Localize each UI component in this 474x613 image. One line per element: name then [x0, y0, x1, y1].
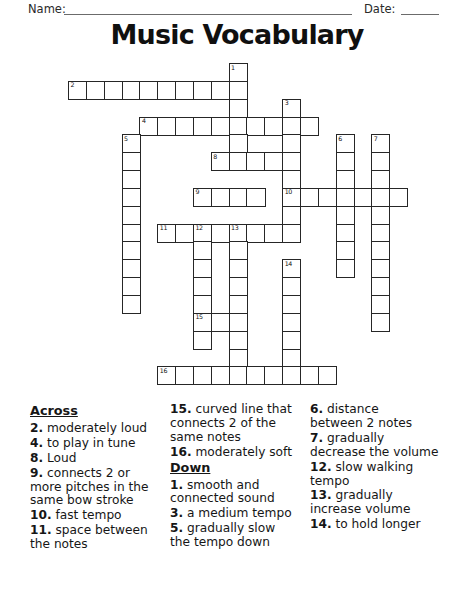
clue-number: 5. — [170, 521, 183, 535]
grid-cell-r14c17[interactable] — [371, 313, 390, 332]
clue-text: Loud — [43, 451, 76, 465]
grid-cell-r0c9[interactable]: 1 — [229, 63, 248, 82]
cell-number-1: 1 — [231, 65, 235, 71]
clue-number: 13. — [310, 488, 332, 502]
clue-down-13: 13. gradually increase volume — [310, 489, 452, 517]
grid-cell-r17c12[interactable] — [282, 366, 301, 385]
grid-cell-r6c17[interactable] — [371, 170, 390, 189]
clue-down-12: 12. slow walking tempo — [310, 461, 452, 489]
grid-cell-r14c12[interactable] — [282, 313, 301, 332]
grid-cell-r17c14[interactable] — [318, 366, 337, 385]
clue-across-16: 16. moderately soft — [170, 446, 312, 460]
grid-cell-r14c7[interactable]: 15 — [193, 313, 212, 332]
grid-cell-r5c15[interactable] — [336, 152, 355, 171]
clue-number: 10. — [30, 508, 52, 522]
grid-cell-r7c17[interactable] — [371, 188, 390, 207]
cell-number-15: 15 — [195, 314, 202, 320]
clue-text: fast tempo — [52, 508, 122, 522]
grid-cell-r15c7[interactable] — [193, 331, 212, 350]
grid-cell-r9c15[interactable] — [336, 224, 355, 243]
clue-number: 14. — [310, 517, 332, 531]
grid-cell-r3c12[interactable] — [282, 117, 301, 136]
grid-cell-r9c9[interactable]: 13 — [229, 224, 248, 243]
grid-cell-r3c9[interactable] — [229, 117, 248, 136]
clue-number: 2. — [30, 421, 43, 435]
cell-number-16: 16 — [160, 368, 167, 374]
grid-cell-r8c17[interactable] — [371, 206, 390, 225]
grid-cell-r8c15[interactable] — [336, 206, 355, 225]
clue-number: 1. — [170, 478, 183, 492]
cell-number-5: 5 — [124, 136, 128, 142]
clue-down-5: 5. gradually slow the tempo down — [170, 522, 312, 550]
grid-cell-r7c9[interactable] — [229, 188, 248, 207]
grid-cell-r9c5[interactable]: 11 — [157, 224, 176, 243]
clue-across-10: 10. fast tempo — [30, 509, 172, 523]
grid-cell-r3c4[interactable]: 4 — [139, 117, 158, 136]
clue-number: 12. — [310, 460, 332, 474]
grid-cell-r10c17[interactable] — [371, 241, 390, 260]
grid-cell-r2c12[interactable]: 3 — [282, 99, 301, 118]
grid-cell-r4c12[interactable] — [282, 134, 301, 153]
grid-cell-r17c13[interactable] — [300, 366, 319, 385]
grid-cell-r8c12[interactable] — [282, 206, 301, 225]
cell-number-6: 6 — [338, 136, 342, 142]
grid-cell-r11c17[interactable] — [371, 259, 390, 278]
grid-cell-r9c3[interactable] — [122, 224, 141, 243]
grid-cell-r7c3[interactable] — [122, 188, 141, 207]
grid-cell-r12c7[interactable] — [193, 277, 212, 296]
clue-down-1: 1. smooth and connected sound — [170, 479, 312, 507]
grid-cell-r13c9[interactable] — [229, 295, 248, 314]
grid-cell-r5c10[interactable] — [246, 152, 265, 171]
grid-cell-r14c8[interactable] — [211, 313, 230, 332]
clue-number: 11. — [30, 523, 52, 537]
grid-cell-r1c0[interactable]: 2 — [68, 81, 87, 100]
clue-column-middle: 15. curved line that connects 2 of the s… — [170, 403, 312, 551]
clue-number: 3. — [170, 506, 183, 520]
cell-number-12: 12 — [195, 225, 202, 231]
grid-cell-r17c10[interactable] — [246, 366, 265, 385]
clue-down-3: 3. a medium tempo — [170, 507, 312, 521]
clue-number: 9. — [30, 466, 43, 480]
grid-cell-r9c8[interactable] — [211, 224, 230, 243]
clue-text: to hold longer — [332, 517, 421, 531]
clue-across-9: 9. connects 2 or more pitches in the sam… — [30, 467, 172, 509]
grid-cell-r17c8[interactable] — [211, 366, 230, 385]
grid-cell-r2c9[interactable] — [229, 99, 248, 118]
grid-cell-r9c6[interactable] — [175, 224, 194, 243]
cell-number-8: 8 — [213, 154, 217, 160]
grid-cell-r1c8[interactable] — [211, 81, 230, 100]
name-label: Name: — [28, 2, 66, 16]
grid-cell-r7c15[interactable] — [336, 188, 355, 207]
down-heading: Down — [170, 461, 312, 475]
clue-text: gradually slow the tempo down — [170, 521, 275, 549]
grid-cell-r15c9[interactable] — [229, 331, 248, 350]
cell-number-9: 9 — [195, 189, 199, 195]
clue-column-right: 6. distance between 2 notes7. gradually … — [310, 403, 452, 533]
clue-down-14: 14. to hold longer — [310, 518, 452, 532]
grid-cell-r16c12[interactable] — [282, 349, 301, 368]
grid-cell-r12c12[interactable] — [282, 277, 301, 296]
grid-cell-r1c6[interactable] — [175, 81, 194, 100]
cell-number-7: 7 — [374, 136, 378, 142]
grid-cell-r14c9[interactable] — [229, 313, 248, 332]
grid-cell-r6c12[interactable] — [282, 170, 301, 189]
grid-cell-r7c14[interactable] — [318, 188, 337, 207]
grid-cell-r12c3[interactable] — [122, 277, 141, 296]
grid-cell-r17c7[interactable] — [193, 366, 212, 385]
grid-cell-r16c9[interactable] — [229, 349, 248, 368]
clue-across-2: 2. moderately loud — [30, 422, 172, 436]
grid-cell-r4c3[interactable]: 5 — [122, 134, 141, 153]
grid-cell-r13c12[interactable] — [282, 295, 301, 314]
cell-number-11: 11 — [160, 225, 167, 231]
grid-cell-r4c15[interactable]: 6 — [336, 134, 355, 153]
grid-cell-r1c7[interactable] — [193, 81, 212, 100]
grid-cell-r5c9[interactable] — [229, 152, 248, 171]
grid-cell-r7c7[interactable]: 9 — [193, 188, 212, 207]
grid-cell-r5c17[interactable] — [371, 152, 390, 171]
clue-text: a medium tempo — [183, 506, 292, 520]
grid-cell-r1c3[interactable] — [122, 81, 141, 100]
grid-cell-r15c12[interactable] — [282, 331, 301, 350]
grid-cell-r17c5[interactable]: 16 — [157, 366, 176, 385]
grid-cell-r3c8[interactable] — [211, 117, 230, 136]
worksheet-page: Name: Date: Music Vocabulary 12345678910… — [0, 0, 474, 613]
grid-cell-r11c3[interactable] — [122, 259, 141, 278]
clue-number: 7. — [310, 431, 323, 445]
clue-text: connects 2 or more pitches in the same b… — [30, 466, 148, 508]
grid-cell-r7c12[interactable]: 10 — [282, 188, 301, 207]
cell-number-10: 10 — [285, 189, 292, 195]
cell-number-4: 4 — [142, 118, 146, 124]
grid-cell-r13c17[interactable] — [371, 295, 390, 314]
grid-cell-r9c17[interactable] — [371, 224, 390, 243]
date-field-line[interactable] — [401, 1, 439, 15]
grid-cell-r1c4[interactable] — [139, 81, 158, 100]
grid-cell-r7c8[interactable] — [211, 188, 230, 207]
grid-cell-r13c7[interactable] — [193, 295, 212, 314]
clue-number: 8. — [30, 451, 43, 465]
grid-cell-r11c9[interactable] — [229, 259, 248, 278]
grid-cell-r17c11[interactable] — [264, 366, 283, 385]
grid-cell-r3c7[interactable] — [193, 117, 212, 136]
grid-cell-r17c9[interactable] — [229, 366, 248, 385]
grid-cell-r9c7[interactable]: 12 — [193, 224, 212, 243]
clue-text: gradually decrease the volume — [310, 431, 438, 459]
clue-text: moderately soft — [192, 445, 292, 459]
clue-text: smooth and connected sound — [170, 478, 275, 506]
grid-cell-r1c5[interactable] — [157, 81, 176, 100]
grid-cell-r7c13[interactable] — [300, 188, 319, 207]
clue-number: 15. — [170, 402, 192, 416]
grid-cell-r7c16[interactable] — [354, 188, 373, 207]
clue-down-7: 7. gradually decrease the volume — [310, 432, 452, 460]
name-field-line[interactable] — [64, 1, 352, 15]
grid-cell-r9c11[interactable] — [264, 224, 283, 243]
grid-cell-r10c15[interactable] — [336, 241, 355, 260]
grid-cell-r3c5[interactable] — [157, 117, 176, 136]
grid-cell-r1c9[interactable] — [229, 81, 248, 100]
clue-text: moderately loud — [43, 421, 147, 435]
cell-number-14: 14 — [285, 261, 292, 267]
grid-cell-r3c10[interactable] — [246, 117, 265, 136]
clue-column-left: Across2. moderately loud4. to play in tu… — [30, 403, 172, 553]
clue-number: 16. — [170, 445, 192, 459]
grid-cell-r9c10[interactable] — [246, 224, 265, 243]
grid-cell-r11c7[interactable] — [193, 259, 212, 278]
grid-cell-r10c3[interactable] — [122, 241, 141, 260]
clue-across-15: 15. curved line that connects 2 of the s… — [170, 403, 312, 445]
grid-cell-r7c18[interactable] — [389, 188, 408, 207]
grid-cell-r11c15[interactable] — [336, 259, 355, 278]
grid-cell-r11c12[interactable]: 14 — [282, 259, 301, 278]
grid-cell-r1c2[interactable] — [104, 81, 123, 100]
grid-cell-r12c17[interactable] — [371, 277, 390, 296]
grid-cell-r3c11[interactable] — [264, 117, 283, 136]
grid-cell-r12c9[interactable] — [229, 277, 248, 296]
grid-cell-r17c6[interactable] — [175, 366, 194, 385]
cell-number-2: 2 — [71, 82, 75, 88]
clue-across-11: 11. space between the notes — [30, 524, 172, 552]
clue-down-6: 6. distance between 2 notes — [310, 403, 452, 431]
grid-cell-r8c3[interactable] — [122, 206, 141, 225]
grid-cell-r10c9[interactable] — [229, 241, 248, 260]
grid-cell-r9c12[interactable] — [282, 224, 301, 243]
clue-across-4: 4. to play in tune — [30, 437, 172, 451]
cell-number-13: 13 — [231, 225, 238, 231]
clue-text: to play in tune — [43, 436, 135, 450]
grid-cell-r5c12[interactable] — [282, 152, 301, 171]
grid-cell-r6c15[interactable] — [336, 170, 355, 189]
clue-number: 6. — [310, 402, 323, 416]
date-label: Date: — [364, 2, 395, 16]
grid-cell-r10c7[interactable] — [193, 241, 212, 260]
grid-cell-r3c6[interactable] — [175, 117, 194, 136]
clue-across-8: 8. Loud — [30, 452, 172, 466]
grid-cell-r5c8[interactable]: 8 — [211, 152, 230, 171]
page-title: Music Vocabulary — [0, 19, 474, 50]
crossword-grid: 12345678910111213141516 — [68, 63, 407, 384]
grid-cell-r4c9[interactable] — [229, 134, 248, 153]
grid-cell-r5c11[interactable] — [264, 152, 283, 171]
clue-number: 4. — [30, 436, 43, 450]
grid-cell-r1c1[interactable] — [86, 81, 105, 100]
grid-cell-r4c17[interactable]: 7 — [371, 134, 390, 153]
grid-cell-r5c3[interactable] — [122, 152, 141, 171]
grid-cell-r7c10[interactable] — [246, 188, 265, 207]
across-heading: Across — [30, 404, 172, 418]
grid-cell-r13c3[interactable] — [122, 295, 141, 314]
grid-cell-r6c3[interactable] — [122, 170, 141, 189]
cell-number-3: 3 — [285, 100, 289, 106]
clue-text: distance between 2 notes — [310, 402, 412, 430]
grid-cell-r3c13[interactable] — [300, 117, 319, 136]
